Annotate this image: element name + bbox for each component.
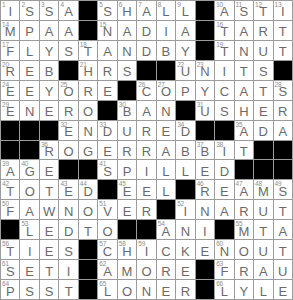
cell-letter: I	[223, 65, 227, 78]
clue-number: 30	[119, 101, 126, 108]
cell-r9c9[interactable]: L	[157, 160, 175, 179]
cell-r12c4[interactable]: D	[59, 220, 77, 239]
cell-letter: I	[184, 205, 188, 218]
cell-r8c12[interactable]: 38I	[215, 141, 233, 160]
cell-r11c15[interactable]: T	[274, 200, 292, 219]
cell-r14c6[interactable]: 62A	[98, 260, 116, 279]
cell-r5c10[interactable]: P	[176, 81, 194, 100]
cell-r6c2[interactable]: N	[20, 101, 38, 120]
clue-number: 6	[119, 1, 122, 8]
cell-r15c12[interactable]: 66L	[215, 280, 233, 299]
cell-letter: E	[181, 265, 190, 278]
clue-number: 24	[2, 81, 9, 88]
cell-r1c12[interactable]: 10A	[215, 1, 233, 20]
cell-letter: E	[45, 225, 54, 238]
cell-letter: Y	[181, 45, 190, 58]
cell-r13c1[interactable]: 56T	[1, 240, 19, 259]
cell-letter: R	[181, 285, 190, 298]
cell-r3c10[interactable]: Y	[176, 41, 194, 60]
clue-number: 60	[216, 240, 223, 247]
cell-letter: E	[45, 105, 54, 118]
cell-r5c9[interactable]: 27O	[157, 81, 175, 100]
cell-r13c8[interactable]: 59I	[137, 240, 155, 259]
cell-r2c13[interactable]: A	[235, 21, 253, 40]
cell-r12c9[interactable]: 54A	[157, 220, 175, 239]
cell-r14c1[interactable]: 61S	[1, 260, 19, 279]
clue-number: 15	[99, 21, 106, 28]
cell-r9c1[interactable]: 39A	[1, 160, 19, 179]
cell-r1c6[interactable]: 5S	[98, 1, 116, 20]
clue-number: 35	[236, 121, 243, 128]
cell-r3c15[interactable]: T	[274, 41, 292, 60]
cell-r11c10[interactable]: 52I	[176, 200, 194, 219]
clue-number: 39	[2, 160, 9, 167]
cell-r4c10[interactable]: 22U	[176, 61, 194, 80]
clue-number: 61	[2, 260, 9, 267]
crossword-grid: 1I2S3S4A5S6H7A8L9L10A11S12T13I14MPAA15NA…	[0, 0, 293, 300]
cell-r6c12[interactable]: S	[215, 101, 233, 120]
cell-r13c9[interactable]: C	[157, 240, 175, 259]
cell-r14c9[interactable]: R	[157, 260, 175, 279]
black-square-r4c8	[137, 61, 155, 80]
cell-r10c5[interactable]: 44D	[79, 180, 97, 199]
cell-r2c8[interactable]: D	[137, 21, 155, 40]
cell-r10c7[interactable]: 45E	[118, 180, 136, 199]
clue-number: 45	[119, 180, 126, 187]
cell-r8c11[interactable]: 37B	[196, 141, 214, 160]
cell-r8c8[interactable]: R	[137, 141, 155, 160]
cell-r4c6[interactable]: R	[98, 61, 116, 80]
cell-r11c11[interactable]: N	[196, 200, 214, 219]
cell-r5c6[interactable]: E	[98, 81, 116, 100]
cell-letter: A	[181, 25, 190, 38]
cell-r3c5[interactable]: 18T	[79, 41, 97, 60]
cell-letter: A	[103, 45, 112, 58]
cell-r12c3[interactable]: E	[40, 220, 58, 239]
clue-number: 23	[197, 61, 204, 68]
cell-r1c7[interactable]: 6H	[118, 1, 136, 20]
cell-r4c7[interactable]: S	[118, 61, 136, 80]
cell-r11c8[interactable]: R	[137, 200, 155, 219]
cell-letter: I	[145, 245, 149, 258]
cell-r9c3[interactable]: E	[40, 160, 58, 179]
cell-r6c4[interactable]: R	[59, 101, 77, 120]
cell-r1c14[interactable]: 12T	[254, 1, 272, 20]
cell-r10c8[interactable]: E	[137, 180, 155, 199]
cell-r3c3[interactable]: Y	[40, 41, 58, 60]
black-square-r12c8	[137, 220, 155, 239]
cell-r2c3[interactable]: A	[40, 21, 58, 40]
cell-r10c11[interactable]: 46R	[196, 180, 214, 199]
cell-r10c1[interactable]: 42T	[1, 180, 19, 199]
cell-r2c2[interactable]: P	[20, 21, 38, 40]
cell-r14c12[interactable]: 63F	[215, 260, 233, 279]
black-square-r6c10	[176, 101, 194, 120]
cell-r5c13[interactable]: A	[235, 81, 253, 100]
cell-r2c15[interactable]: T	[274, 21, 292, 40]
cell-r2c9[interactable]: I	[157, 21, 175, 40]
cell-r8c10[interactable]: B	[176, 141, 194, 160]
cell-r15c6[interactable]: 65L	[98, 280, 116, 299]
cell-r5c5[interactable]: R	[79, 81, 97, 100]
cell-r3c2[interactable]: L	[20, 41, 38, 60]
cell-letter: E	[142, 185, 151, 198]
cell-letter: N	[200, 205, 209, 218]
cell-r9c7[interactable]: P	[118, 160, 136, 179]
cell-r10c15[interactable]: 49S	[274, 180, 292, 199]
cell-r15c8[interactable]: N	[137, 280, 155, 299]
cell-r11c6[interactable]: 51V	[98, 200, 116, 219]
cell-r7c14[interactable]: D	[254, 121, 272, 140]
cell-r7c6[interactable]: 33D	[98, 121, 116, 140]
clue-number: 33	[99, 121, 106, 128]
cell-r5c12[interactable]: C	[215, 81, 233, 100]
cell-r6c13[interactable]: H	[235, 101, 253, 120]
cell-letter: T	[45, 265, 53, 278]
black-square-r15c11	[196, 280, 214, 299]
cell-r13c15[interactable]: T	[274, 240, 292, 259]
cell-r9c10[interactable]: L	[176, 160, 194, 179]
black-square-r14c11	[196, 260, 214, 279]
cell-r13c3[interactable]: E	[40, 240, 58, 259]
cell-r12c10[interactable]: N	[176, 220, 194, 239]
cell-letter: H	[239, 105, 248, 118]
cell-letter: U	[259, 205, 268, 218]
cell-r13c7[interactable]: 58H	[118, 240, 136, 259]
cell-r15c4[interactable]: T	[59, 280, 77, 299]
cell-r8c13[interactable]: T	[235, 141, 253, 160]
cell-r15c3[interactable]: S	[40, 280, 58, 299]
cell-r11c1[interactable]: 50F	[1, 200, 19, 219]
cell-r8c7[interactable]: R	[118, 141, 136, 160]
cell-letter: T	[279, 245, 287, 258]
cell-r11c4[interactable]: N	[59, 200, 77, 219]
cell-r11c13[interactable]: R	[235, 200, 253, 219]
cell-r14c13[interactable]: R	[235, 260, 253, 279]
cell-r9c8[interactable]: I	[137, 160, 155, 179]
cell-r10c13[interactable]: 47A	[235, 180, 253, 199]
cell-r5c8[interactable]: 26C	[137, 81, 155, 100]
cell-r2c10[interactable]: A	[176, 21, 194, 40]
cell-r13c11[interactable]: E	[196, 240, 214, 259]
cell-letter: E	[45, 165, 54, 178]
clue-number: 34	[177, 121, 184, 128]
cell-r3c7[interactable]: N	[118, 41, 136, 60]
cell-letter: U	[122, 125, 131, 138]
cell-r13c6[interactable]: 57C	[98, 240, 116, 259]
cell-letter: L	[162, 165, 169, 178]
cell-r6c8[interactable]: A	[137, 101, 155, 120]
clue-number: 41	[99, 160, 106, 167]
cell-letter: E	[162, 285, 171, 298]
cell-letter: L	[26, 45, 33, 58]
cell-r11c7[interactable]: E	[118, 200, 136, 219]
cell-r6c5[interactable]: O	[79, 101, 97, 120]
cell-letter: S	[64, 45, 73, 58]
cell-r9c11[interactable]: E	[196, 160, 214, 179]
cell-r14c8[interactable]: O	[137, 260, 155, 279]
clue-number: 48	[255, 180, 262, 187]
cell-r5c2[interactable]: E	[20, 81, 38, 100]
cell-r14c10[interactable]: E	[176, 260, 194, 279]
cell-r13c10[interactable]: K	[176, 240, 194, 259]
cell-r2c14[interactable]: R	[254, 21, 272, 40]
cell-r6c14[interactable]: E	[254, 101, 272, 120]
cell-r1c3[interactable]: 3S	[40, 1, 58, 20]
cell-r15c7[interactable]: O	[118, 280, 136, 299]
cell-letter: R	[83, 85, 92, 98]
cell-r5c3[interactable]: Y	[40, 81, 58, 100]
black-square-r4c9	[157, 61, 175, 80]
cell-r11c12[interactable]: A	[215, 200, 233, 219]
black-square-r12c1	[1, 220, 19, 239]
cell-r4c13[interactable]: T	[235, 61, 253, 80]
cell-r15c2[interactable]: S	[20, 280, 38, 299]
cell-r4c2[interactable]: E	[20, 61, 38, 80]
cell-r11c5[interactable]: O	[79, 200, 97, 219]
cell-letter: A	[259, 265, 268, 278]
cell-r15c15[interactable]: E	[274, 280, 292, 299]
black-square-r7c2	[20, 121, 38, 140]
cell-r8c4[interactable]: O	[59, 141, 77, 160]
cell-r13c13[interactable]: O	[235, 240, 253, 259]
cell-letter: A	[142, 105, 151, 118]
cell-r2c6[interactable]: 15N	[98, 21, 116, 40]
black-square-r10c6	[98, 180, 116, 199]
cell-r3c13[interactable]: N	[235, 41, 253, 60]
cell-r3c4[interactable]: S	[59, 41, 77, 60]
black-square-r13c5	[79, 240, 97, 259]
clue-number: 20	[2, 61, 9, 68]
cell-letter: B	[181, 145, 190, 158]
cell-r3c8[interactable]: D	[137, 41, 155, 60]
clue-number: 13	[275, 1, 282, 8]
cell-r7c7[interactable]: U	[118, 121, 136, 140]
cell-letter: Y	[45, 45, 54, 58]
cell-r15c1[interactable]: 64P	[1, 280, 19, 299]
black-square-r8c14	[254, 141, 272, 160]
clue-number: 29	[2, 101, 9, 108]
cell-r6c7[interactable]: 30B	[118, 101, 136, 120]
cell-r1c4[interactable]: 4A	[59, 1, 77, 20]
cell-letter: B	[45, 65, 54, 78]
cell-r4c1[interactable]: 20R	[1, 61, 19, 80]
cell-r4c11[interactable]: 23N	[196, 61, 214, 80]
cell-r10c2[interactable]: O	[20, 180, 38, 199]
cell-r12c15[interactable]: A	[274, 220, 292, 239]
clue-number: 50	[2, 200, 9, 207]
cell-r6c15[interactable]: R	[274, 101, 292, 120]
cell-r1c13[interactable]: 11S	[235, 1, 253, 20]
cell-letter: N	[122, 45, 131, 58]
black-square-r5c7	[118, 81, 136, 100]
cell-r10c3[interactable]: T	[40, 180, 58, 199]
cell-letter: O	[103, 225, 113, 238]
cell-r1c9[interactable]: 8L	[157, 1, 175, 20]
cell-letter: S	[220, 105, 229, 118]
cell-r8c9[interactable]: A	[157, 141, 175, 160]
clue-number: 16	[216, 21, 223, 28]
cell-r12c13[interactable]: 55M	[235, 220, 253, 239]
cell-r5c14[interactable]: T	[254, 81, 272, 100]
cell-letter: E	[45, 245, 54, 258]
clue-number: 14	[2, 21, 9, 28]
cell-r14c3[interactable]: T	[40, 260, 58, 279]
cell-r1c1[interactable]: 1I	[1, 1, 19, 20]
cell-r14c14[interactable]: A	[254, 260, 272, 279]
cell-r9c2[interactable]: 40G	[20, 160, 38, 179]
black-square-r2c11	[196, 21, 214, 40]
cell-r5c1[interactable]: 24E	[1, 81, 19, 100]
clue-number: 3	[41, 1, 44, 8]
cell-r13c2[interactable]: I	[20, 240, 38, 259]
black-square-r9c13	[235, 160, 253, 179]
cell-letter: P	[181, 85, 190, 98]
clue-number: 56	[2, 240, 9, 247]
cell-r7c10[interactable]: 34D	[176, 121, 194, 140]
cell-r2c4[interactable]: A	[59, 21, 77, 40]
cell-r7c4[interactable]: 32E	[59, 121, 77, 140]
cell-letter: O	[239, 245, 249, 258]
cell-r11c2[interactable]: A	[20, 200, 38, 219]
cell-r4c12[interactable]: I	[215, 61, 233, 80]
black-square-r14c5	[79, 260, 97, 279]
cell-letter: P	[123, 165, 132, 178]
cell-r8c5[interactable]: G	[79, 141, 97, 160]
cell-letter: A	[64, 25, 73, 38]
cell-r14c7[interactable]: M	[118, 260, 136, 279]
clue-number: 62	[99, 260, 106, 267]
clue-number: 46	[197, 180, 204, 187]
cell-letter: A	[278, 225, 287, 238]
clue-number: 38	[216, 141, 223, 148]
cell-letter: R	[142, 145, 151, 158]
clue-number: 58	[119, 240, 126, 247]
cell-r8c6[interactable]: E	[98, 141, 116, 160]
clue-number: 27	[158, 81, 165, 88]
cell-r12c2[interactable]: 53L	[20, 220, 38, 239]
cell-r6c3[interactable]: E	[40, 101, 58, 120]
cell-letter: A	[220, 205, 229, 218]
black-square-r1c5	[79, 1, 97, 20]
cell-letter: O	[25, 185, 35, 198]
cell-r2c7[interactable]: A	[118, 21, 136, 40]
cell-r15c14[interactable]: L	[254, 280, 272, 299]
cell-r12c11[interactable]: I	[196, 220, 214, 239]
cell-r10c14[interactable]: 48M	[254, 180, 272, 199]
cell-letter: Y	[239, 285, 248, 298]
cell-r6c1[interactable]: 29E	[1, 101, 19, 120]
cell-letter: A	[278, 125, 287, 138]
cell-letter: N	[161, 105, 170, 118]
clue-number: 51	[99, 200, 106, 207]
cell-r3c14[interactable]: U	[254, 41, 272, 60]
cell-r14c4[interactable]: I	[59, 260, 77, 279]
black-square-r8c15	[274, 141, 292, 160]
clue-number: 1	[2, 1, 5, 8]
cell-r7c15[interactable]: A	[274, 121, 292, 140]
cell-r7c5[interactable]: N	[79, 121, 97, 140]
cell-r15c9[interactable]: E	[157, 280, 175, 299]
cell-letter: G	[83, 145, 93, 158]
cell-letter: I	[67, 265, 71, 278]
cell-r4c3[interactable]: B	[40, 61, 58, 80]
black-square-r11c9	[157, 200, 175, 219]
clue-number: 37	[197, 141, 204, 148]
cell-r1c2[interactable]: 2S	[20, 1, 38, 20]
cell-r5c11[interactable]: Y	[196, 81, 214, 100]
cell-r12c5[interactable]: T	[79, 220, 97, 239]
cell-r12c14[interactable]: T	[254, 220, 272, 239]
cell-r10c4[interactable]: 43E	[59, 180, 77, 199]
cell-r14c15[interactable]: U	[274, 260, 292, 279]
cell-letter: K	[181, 245, 190, 258]
cell-r1c15[interactable]: 13I	[274, 1, 292, 20]
cell-r9c6[interactable]: 41S	[98, 160, 116, 179]
cell-letter: E	[103, 85, 112, 98]
cell-letter: U	[259, 245, 268, 258]
cell-r11c3[interactable]: W	[40, 200, 58, 219]
clue-number: 17	[2, 41, 9, 48]
cell-letter: W	[43, 205, 55, 218]
cell-r2c1[interactable]: 14M	[1, 21, 19, 40]
cell-r12c6[interactable]: O	[98, 220, 116, 239]
cell-r13c12[interactable]: 60N	[215, 240, 233, 259]
clue-number: 65	[99, 280, 106, 287]
black-square-r12c7	[118, 220, 136, 239]
cell-r5c15[interactable]: 28S	[274, 81, 292, 100]
cell-r4c14[interactable]: S	[254, 61, 272, 80]
cell-r13c14[interactable]: U	[254, 240, 272, 259]
cell-letter: R	[239, 205, 248, 218]
cell-r3c9[interactable]: B	[157, 41, 175, 60]
black-square-r10c10	[176, 180, 194, 199]
cell-r9c12[interactable]: D	[215, 160, 233, 179]
cell-r7c8[interactable]: R	[137, 121, 155, 140]
cell-letter: A	[25, 205, 34, 218]
black-square-r1c11	[196, 1, 214, 20]
cell-r3c12[interactable]: 19T	[215, 41, 233, 60]
cell-letter: E	[25, 65, 34, 78]
cell-r11c14[interactable]: U	[254, 200, 272, 219]
cell-r15c10[interactable]: R	[176, 280, 194, 299]
cell-letter: C	[161, 245, 170, 258]
clue-number: 66	[216, 280, 223, 287]
cell-r1c10[interactable]: 9L	[176, 1, 194, 20]
cell-r2c12[interactable]: 16T	[215, 21, 233, 40]
cell-r14c2[interactable]: E	[20, 260, 38, 279]
cell-r15c13[interactable]: Y	[235, 280, 253, 299]
cell-r6c11[interactable]: 31U	[196, 101, 214, 120]
cell-r13c4[interactable]: S	[59, 240, 77, 259]
cell-r7c13[interactable]: 35A	[235, 121, 253, 140]
cell-letter: O	[122, 285, 132, 298]
cell-r10c12[interactable]: E	[215, 180, 233, 199]
clue-number: 59	[138, 240, 145, 247]
cell-r3c1[interactable]: 17F	[1, 41, 19, 60]
cell-letter: P	[25, 25, 34, 38]
cell-r7c9[interactable]: E	[157, 121, 175, 140]
cell-r3c6[interactable]: A	[98, 41, 116, 60]
cell-r6c9[interactable]: N	[157, 101, 175, 120]
cell-r10c9[interactable]: L	[157, 180, 175, 199]
cell-r4c5[interactable]: 21H	[79, 61, 97, 80]
cell-r1c8[interactable]: 7A	[137, 1, 155, 20]
clue-number: 7	[138, 1, 141, 8]
cell-letter: S	[45, 285, 54, 298]
cell-r8c3[interactable]: 36R	[40, 141, 58, 160]
cell-r5c4[interactable]: 25O	[59, 81, 77, 100]
